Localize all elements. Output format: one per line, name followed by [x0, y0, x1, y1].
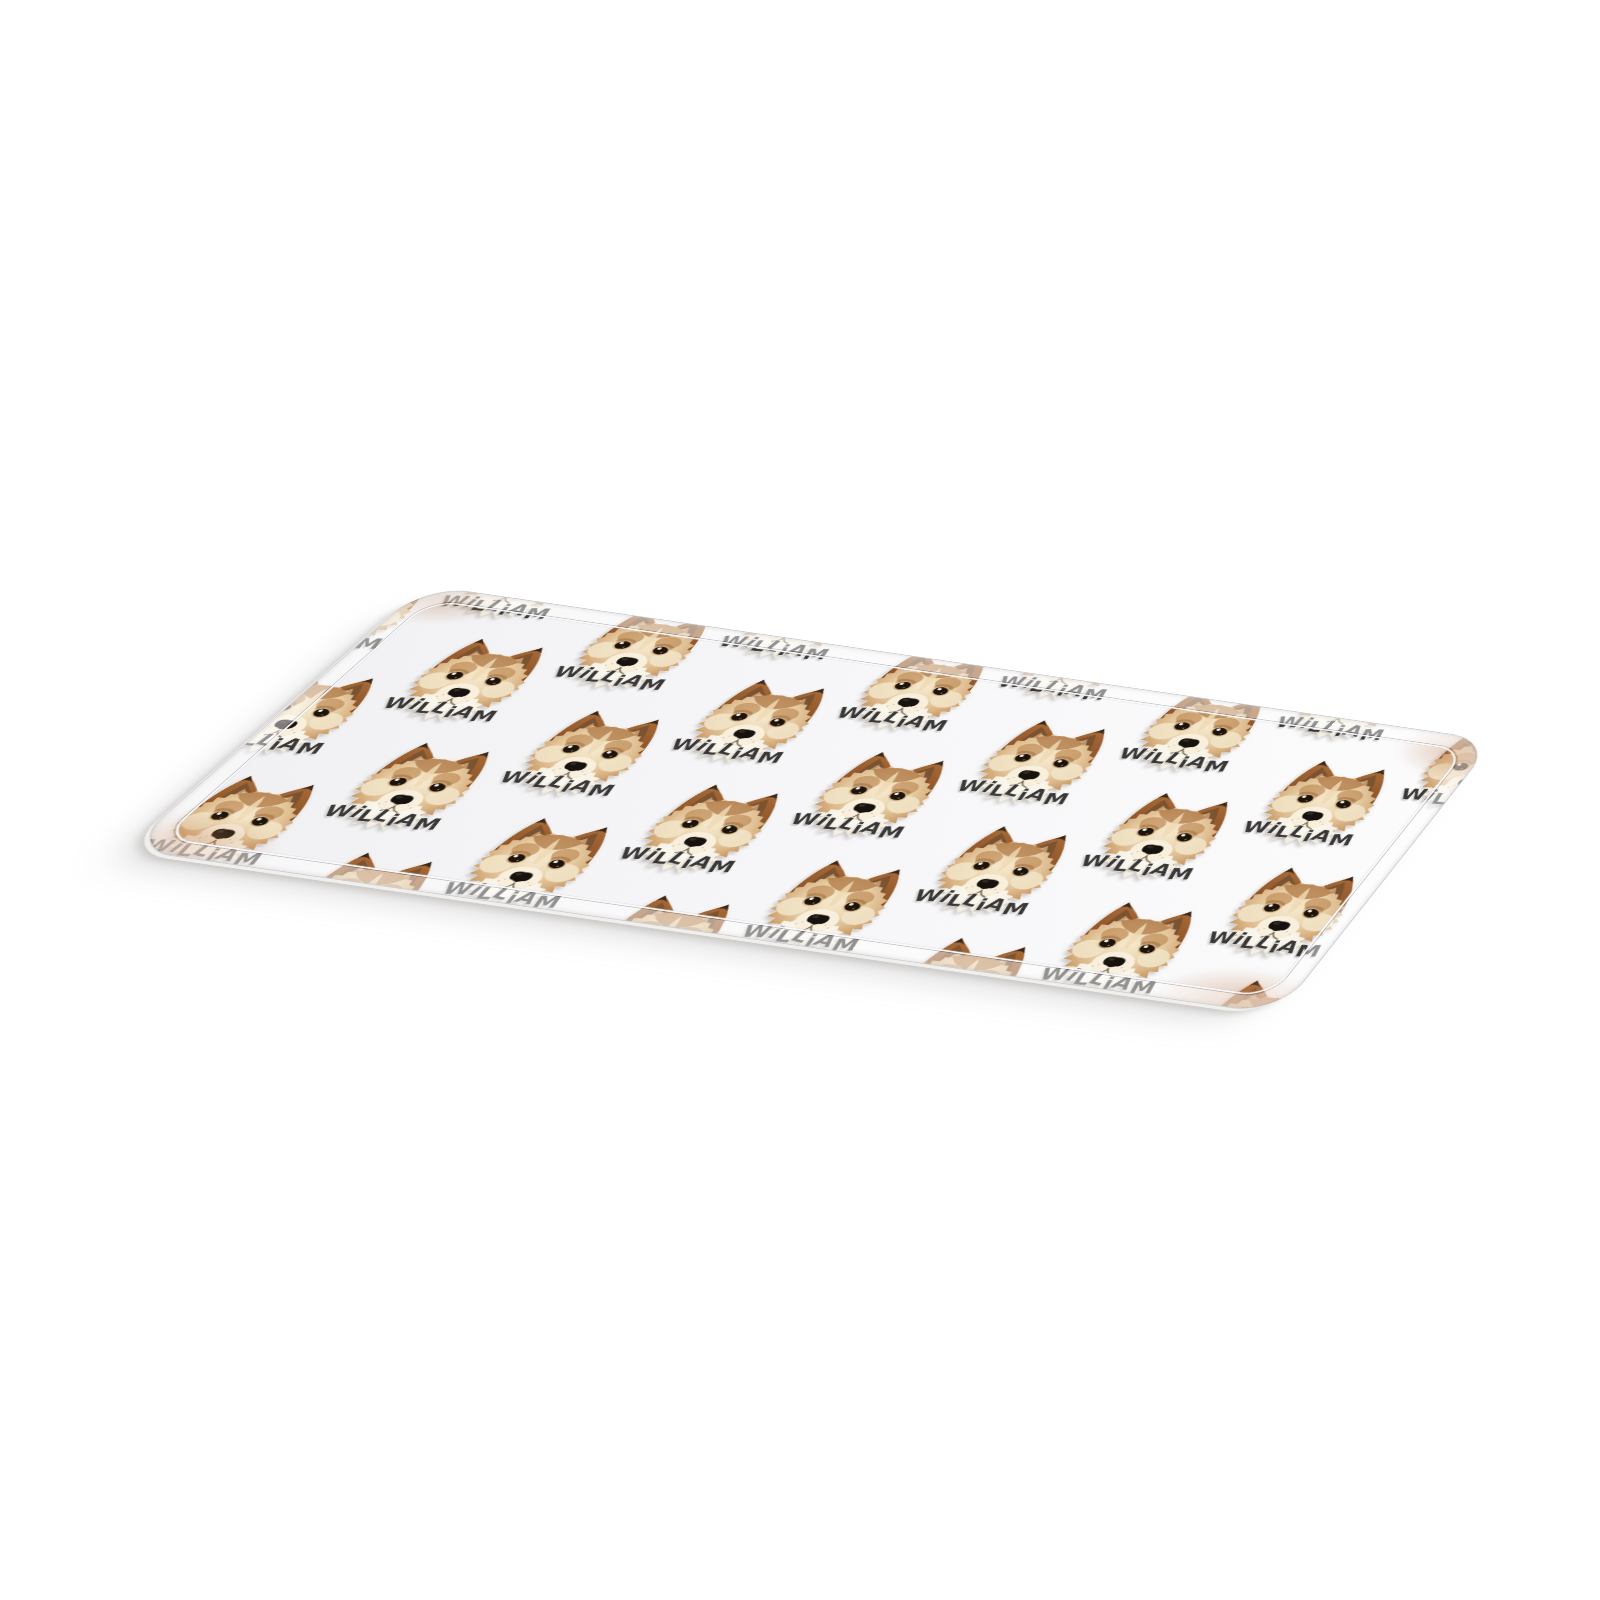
pet-name-letter: M — [350, 635, 388, 652]
pet-name-letter: L — [311, 626, 345, 644]
pet-name-label: WiLLiAM — [526, 953, 723, 997]
product-photo: WiLLiAMWiLLiAMWiLLiAMWiLLiAMWiLLiAMWiLLi… — [0, 0, 1600, 1600]
pet-name-letter: i — [1456, 795, 1474, 812]
pet-name-letter: L — [1412, 897, 1442, 917]
pet-name-label: WiLLiAM — [222, 909, 421, 953]
pet-name-letter: A — [1463, 793, 1494, 812]
pet-name-letter: W — [255, 915, 299, 934]
pet-name-letter: W — [264, 622, 305, 639]
pet-name-letter: i — [324, 631, 347, 648]
pet-name-letter: i — [1426, 903, 1445, 921]
pet-name-letter: W — [863, 1002, 903, 1015]
pet-name-letter: L — [289, 920, 322, 940]
pet-name-letter: i — [281, 916, 311, 936]
pet-name-letter: L — [296, 627, 327, 644]
pet-name-letter: i — [927, 1011, 949, 1014]
pet-name-letter: M — [1452, 907, 1485, 925]
pet-name-letter: i — [585, 959, 614, 979]
pet-name-letter: W — [202, 726, 244, 744]
pet-name-letter: W — [560, 959, 602, 979]
pet-name-letter: L — [609, 963, 644, 984]
pet-name-letter: A — [328, 923, 366, 944]
pattern-layer: WiLLiAMWiLLiAMWiLLiAMWiLLiAMWiLLiAMWiLLi… — [127, 586, 1493, 1014]
pet-name-letter: A — [632, 967, 669, 989]
pet-name-letter: M — [651, 972, 690, 991]
pet-name-letter: M — [347, 929, 387, 948]
pet-name-letter: W — [1366, 893, 1402, 911]
pet-name-letter: i — [319, 925, 344, 944]
pet-name-letter: A — [1434, 901, 1466, 921]
pet-name-letter: A — [935, 1010, 970, 1015]
pet-name-letter: L — [896, 1006, 926, 1014]
pet-name-letter: i — [1389, 894, 1413, 913]
pet-name-letter: i — [289, 624, 317, 641]
pet-name-label: WiLLiAM — [830, 996, 1025, 1015]
pet-name-letter: L — [593, 963, 625, 983]
pet-name-letter: L — [305, 919, 341, 940]
pet-name-letter: L — [912, 1006, 945, 1015]
pet-name-letter: i — [624, 968, 648, 987]
pet-name-letter: M — [1481, 798, 1495, 815]
laptop-case: WiLLiAMWiLLiAMWiLLiAMWiLLiAMWiLLiAMWiLLi… — [125, 585, 1495, 1015]
pet-name-letter: L — [1397, 898, 1423, 917]
pet-name-letter: i — [888, 1003, 915, 1015]
